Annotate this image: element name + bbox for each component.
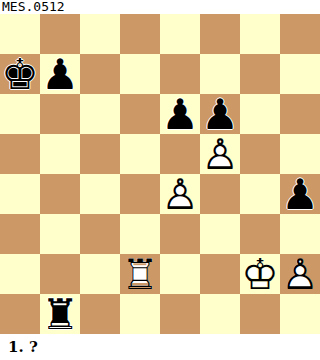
square-b3[interactable]	[40, 214, 80, 254]
black-king[interactable]: ♚	[0, 54, 40, 94]
square-f4[interactable]	[200, 174, 240, 214]
square-a7[interactable]: ♚	[0, 54, 40, 94]
square-g6[interactable]	[240, 94, 280, 134]
square-a3[interactable]	[0, 214, 40, 254]
white-king[interactable]: ♚♔	[240, 254, 280, 294]
square-g7[interactable]	[240, 54, 280, 94]
white-pawn-outline: ♙	[280, 254, 320, 294]
square-h2[interactable]: ♟♙	[280, 254, 320, 294]
square-c7[interactable]	[80, 54, 120, 94]
square-f1[interactable]	[200, 294, 240, 334]
square-b2[interactable]	[40, 254, 80, 294]
square-g2[interactable]: ♚♔	[240, 254, 280, 294]
square-h8[interactable]	[280, 14, 320, 54]
black-pawn-glyph: ♟	[40, 54, 80, 94]
black-pawn-glyph: ♟	[200, 94, 240, 134]
chess-board: ♚♟♟♟♟♙♟♙♟♜♖♚♔♟♙♜	[0, 14, 320, 334]
black-pawn[interactable]: ♟	[40, 54, 80, 94]
square-d5[interactable]	[120, 134, 160, 174]
square-f3[interactable]	[200, 214, 240, 254]
black-pawn-glyph: ♟	[160, 94, 200, 134]
square-c3[interactable]	[80, 214, 120, 254]
square-c8[interactable]	[80, 14, 120, 54]
square-e3[interactable]	[160, 214, 200, 254]
square-d3[interactable]	[120, 214, 160, 254]
square-b4[interactable]	[40, 174, 80, 214]
square-a4[interactable]	[0, 174, 40, 214]
square-b5[interactable]	[40, 134, 80, 174]
square-e6[interactable]: ♟	[160, 94, 200, 134]
square-f6[interactable]: ♟	[200, 94, 240, 134]
square-a1[interactable]	[0, 294, 40, 334]
square-c6[interactable]	[80, 94, 120, 134]
square-c4[interactable]	[80, 174, 120, 214]
square-h4[interactable]: ♟	[280, 174, 320, 214]
square-c2[interactable]	[80, 254, 120, 294]
square-a5[interactable]	[0, 134, 40, 174]
square-e7[interactable]	[160, 54, 200, 94]
square-d4[interactable]	[120, 174, 160, 214]
square-e4[interactable]: ♟♙	[160, 174, 200, 214]
square-a6[interactable]	[0, 94, 40, 134]
black-king-glyph: ♚	[0, 54, 40, 94]
white-rook[interactable]: ♜♖	[120, 254, 160, 294]
square-b1[interactable]: ♜	[40, 294, 80, 334]
square-g3[interactable]	[240, 214, 280, 254]
square-g4[interactable]	[240, 174, 280, 214]
square-g8[interactable]	[240, 14, 280, 54]
square-c1[interactable]	[80, 294, 120, 334]
square-b6[interactable]	[40, 94, 80, 134]
white-pawn-outline: ♙	[160, 174, 200, 214]
square-a2[interactable]	[0, 254, 40, 294]
square-h6[interactable]	[280, 94, 320, 134]
square-h5[interactable]	[280, 134, 320, 174]
black-pawn[interactable]: ♟	[280, 174, 320, 214]
white-pawn[interactable]: ♟♙	[200, 134, 240, 174]
square-f7[interactable]	[200, 54, 240, 94]
square-f5[interactable]: ♟♙	[200, 134, 240, 174]
square-a8[interactable]	[0, 14, 40, 54]
square-f2[interactable]	[200, 254, 240, 294]
square-g5[interactable]	[240, 134, 280, 174]
square-f8[interactable]	[200, 14, 240, 54]
black-rook[interactable]: ♜	[40, 294, 80, 334]
square-c5[interactable]	[80, 134, 120, 174]
square-b7[interactable]: ♟	[40, 54, 80, 94]
square-b8[interactable]	[40, 14, 80, 54]
black-pawn[interactable]: ♟	[200, 94, 240, 134]
square-d7[interactable]	[120, 54, 160, 94]
square-h3[interactable]	[280, 214, 320, 254]
white-rook-outline: ♖	[120, 254, 160, 294]
square-d1[interactable]	[120, 294, 160, 334]
white-pawn-outline: ♙	[200, 134, 240, 174]
black-pawn[interactable]: ♟	[160, 94, 200, 134]
square-d6[interactable]	[120, 94, 160, 134]
square-e1[interactable]	[160, 294, 200, 334]
diagram-title: MES.0512	[0, 0, 320, 14]
square-e5[interactable]	[160, 134, 200, 174]
white-pawn[interactable]: ♟♙	[160, 174, 200, 214]
square-d2[interactable]: ♜♖	[120, 254, 160, 294]
white-pawn[interactable]: ♟♙	[280, 254, 320, 294]
square-h7[interactable]	[280, 54, 320, 94]
square-e8[interactable]	[160, 14, 200, 54]
square-h1[interactable]	[280, 294, 320, 334]
square-e2[interactable]	[160, 254, 200, 294]
square-g1[interactable]	[240, 294, 280, 334]
black-rook-glyph: ♜	[40, 294, 80, 334]
white-king-outline: ♔	[240, 254, 280, 294]
black-pawn-glyph: ♟	[280, 174, 320, 214]
square-d8[interactable]	[120, 14, 160, 54]
